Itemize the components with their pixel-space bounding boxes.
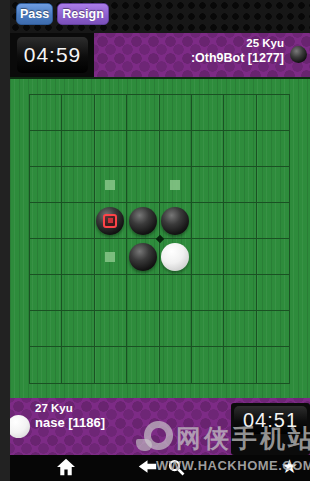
- board-cell-e1[interactable]: [160, 95, 192, 131]
- black-disc: [129, 207, 157, 235]
- board-cell-f4[interactable]: [192, 203, 224, 239]
- board-cell-d2[interactable]: [127, 131, 159, 167]
- back-arrow-icon[interactable]: [138, 458, 157, 475]
- pass-button[interactable]: Pass: [16, 3, 53, 25]
- board-cell-a4[interactable]: [30, 203, 62, 239]
- board-cell-e6[interactable]: [160, 275, 192, 311]
- board-cell-h2[interactable]: [257, 131, 289, 167]
- board-cell-e2[interactable]: [160, 131, 192, 167]
- board-cell-b4[interactable]: [62, 203, 94, 239]
- board-cell-f7[interactable]: [192, 311, 224, 347]
- opponent-clock: 04:59: [17, 37, 88, 73]
- opponent-name: :Oth9Bot [1277]: [94, 51, 284, 66]
- board-cell-g2[interactable]: [224, 131, 256, 167]
- board-cell-g1[interactable]: [224, 95, 256, 131]
- player-clock-zone: 04:51: [231, 403, 310, 455]
- white-disc: [161, 243, 189, 271]
- search-icon[interactable]: [167, 458, 185, 476]
- board-cell-g3[interactable]: [224, 167, 256, 203]
- board-cell-f2[interactable]: [192, 131, 224, 167]
- board-cell-e7[interactable]: [160, 311, 192, 347]
- board-cell-a3[interactable]: [30, 167, 62, 203]
- opponent-panel: 25 Kyu :Oth9Bot [1277]: [94, 33, 310, 77]
- board-cell-g5[interactable]: [224, 239, 256, 275]
- board-cell-a1[interactable]: [30, 95, 62, 131]
- player-rank: 27 Kyu: [35, 402, 105, 415]
- board-cell-f1[interactable]: [192, 95, 224, 131]
- player-name: nase [1186]: [35, 415, 105, 431]
- board-cell-b3[interactable]: [62, 167, 94, 203]
- board-cell-c8[interactable]: [95, 347, 127, 383]
- board-cell-a6[interactable]: [30, 275, 62, 311]
- board-cell-h4[interactable]: [257, 203, 289, 239]
- android-nav-bar: ★: [10, 455, 310, 481]
- home-icon[interactable]: [56, 458, 76, 476]
- board-cell-a2[interactable]: [30, 131, 62, 167]
- black-disc: [96, 207, 124, 235]
- resign-button[interactable]: Resign: [57, 3, 109, 25]
- legal-move-hint: [105, 180, 115, 190]
- board-cell-h7[interactable]: [257, 311, 289, 347]
- board-cell-f5[interactable]: [192, 239, 224, 275]
- black-disc: [161, 207, 189, 235]
- last-move-marker-inner: [108, 218, 113, 223]
- last-move-marker: [103, 214, 117, 228]
- board-cell-h5[interactable]: [257, 239, 289, 275]
- board-cell-c1[interactable]: [95, 95, 127, 131]
- board-cell-b2[interactable]: [62, 131, 94, 167]
- top-toolbar: Pass Resign: [10, 0, 310, 33]
- board-cell-e5[interactable]: [160, 239, 192, 275]
- board-cell-h8[interactable]: [257, 347, 289, 383]
- board-cell-d4[interactable]: [127, 203, 159, 239]
- board-cell-d3[interactable]: [127, 167, 159, 203]
- legal-move-hint: [105, 252, 115, 262]
- board-cell-e8[interactable]: [160, 347, 192, 383]
- board-cell-c5[interactable]: [95, 239, 127, 275]
- player-clock: 04:51: [234, 406, 307, 434]
- board-cell-d6[interactable]: [127, 275, 159, 311]
- board-cell-g8[interactable]: [224, 347, 256, 383]
- board-cell-d5[interactable]: [127, 239, 159, 275]
- board-cell-e3[interactable]: [160, 167, 192, 203]
- player-info: 27 Kyu nase [1186]: [35, 402, 105, 431]
- board-cell-e4[interactable]: [160, 203, 192, 239]
- board-cell-b8[interactable]: [62, 347, 94, 383]
- opponent-clock-zone: 04:59: [10, 33, 94, 77]
- opponent-rank: 25 Kyu: [94, 37, 284, 50]
- board-cell-h6[interactable]: [257, 275, 289, 311]
- board-cell-d8[interactable]: [127, 347, 159, 383]
- board-cell-h1[interactable]: [257, 95, 289, 131]
- board-cell-c4[interactable]: [95, 203, 127, 239]
- board-cell-b5[interactable]: [62, 239, 94, 275]
- board-cell-a8[interactable]: [30, 347, 62, 383]
- board-cell-g4[interactable]: [224, 203, 256, 239]
- board-cell-f8[interactable]: [192, 347, 224, 383]
- board-cell-b6[interactable]: [62, 275, 94, 311]
- board-cell-b1[interactable]: [62, 95, 94, 131]
- board-cell-g6[interactable]: [224, 275, 256, 311]
- board-cell-h3[interactable]: [257, 167, 289, 203]
- othello-board: [10, 79, 310, 398]
- board-cell-g7[interactable]: [224, 311, 256, 347]
- black-disc-icon: [290, 46, 307, 63]
- board-cell-a5[interactable]: [30, 239, 62, 275]
- board-cell-a7[interactable]: [30, 311, 62, 347]
- opponent-row: 04:59 25 Kyu :Oth9Bot [1277]: [10, 33, 310, 77]
- black-disc: [129, 243, 157, 271]
- board-cell-b7[interactable]: [62, 311, 94, 347]
- board-cell-d7[interactable]: [127, 311, 159, 347]
- legal-move-hint: [170, 180, 180, 190]
- othello-game-screen: Pass Resign 04:59 25 Kyu :Oth9Bot [1277]…: [10, 0, 310, 481]
- white-disc-icon: [10, 415, 30, 438]
- board-cell-f3[interactable]: [192, 167, 224, 203]
- board-cell-c6[interactable]: [95, 275, 127, 311]
- board-cell-d1[interactable]: [127, 95, 159, 131]
- board-cell-c2[interactable]: [95, 131, 127, 167]
- favorite-star-icon[interactable]: ★: [281, 454, 298, 480]
- board-cell-c3[interactable]: [95, 167, 127, 203]
- player-panel: 27 Kyu nase [1186] 04:51: [10, 398, 310, 455]
- board-cell-c7[interactable]: [95, 311, 127, 347]
- board-cell-f6[interactable]: [192, 275, 224, 311]
